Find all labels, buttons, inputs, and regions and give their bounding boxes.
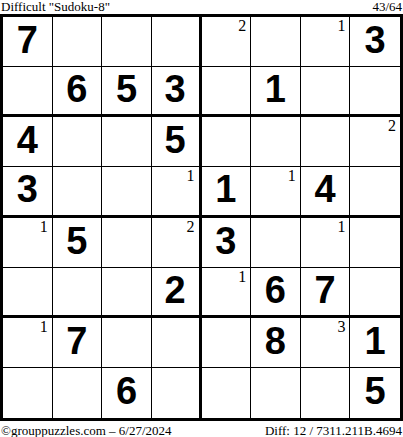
cell-r5c2[interactable]: 5 (53, 218, 103, 268)
given-digit: 3 (17, 170, 38, 208)
given-digit: 8 (265, 322, 286, 360)
cell-r4c7[interactable]: 4 (301, 167, 351, 217)
cell-r7c2[interactable]: 7 (53, 318, 103, 368)
cell-r8c3[interactable]: 6 (102, 368, 152, 418)
cell-r3c3[interactable] (102, 117, 152, 167)
pencil-mark: 3 (337, 319, 345, 335)
cell-r6c7[interactable]: 7 (301, 268, 351, 318)
given-digit: 1 (365, 322, 386, 360)
cell-r8c8[interactable]: 5 (350, 368, 400, 418)
cell-r1c7[interactable]: 1 (301, 17, 351, 67)
cell-r5c3[interactable] (102, 218, 152, 268)
given-digit: 4 (314, 170, 335, 208)
cell-r4c2[interactable] (53, 167, 103, 217)
cell-r4c4[interactable]: 1 (152, 167, 202, 217)
given-digit: 6 (66, 70, 87, 108)
cell-r1c3[interactable] (102, 17, 152, 67)
pencil-mark: 1 (288, 168, 296, 184)
pencil-mark: 1 (337, 18, 345, 34)
pencil-mark: 2 (388, 118, 396, 134)
given-digit: 7 (17, 21, 38, 59)
cell-r6c8[interactable] (350, 268, 400, 318)
cell-r6c1[interactable] (3, 268, 53, 318)
cell-r8c1[interactable] (3, 368, 53, 418)
cell-r6c3[interactable] (102, 268, 152, 318)
pencil-mark: 1 (40, 219, 48, 235)
cell-r3c8[interactable]: 2 (350, 117, 400, 167)
header: Difficult "Sudoku-8" 43/64 (0, 0, 403, 14)
cell-r5c8[interactable] (350, 218, 400, 268)
cell-r2c7[interactable] (301, 67, 351, 117)
cell-r2c1[interactable] (3, 67, 53, 117)
given-digit: 5 (365, 372, 386, 410)
cell-r4c1[interactable]: 3 (3, 167, 53, 217)
cell-r5c4[interactable]: 2 (152, 218, 202, 268)
given-digit: 6 (116, 372, 137, 410)
cell-r2c8[interactable] (350, 67, 400, 117)
cell-r1c6[interactable] (251, 17, 301, 67)
pencil-mark: 1 (40, 319, 48, 335)
pencil-mark: 1 (238, 269, 246, 285)
cell-r4c6[interactable]: 1 (251, 167, 301, 217)
difficulty-text: Diff: 12 / 7311.211B.4694 (265, 424, 402, 437)
cell-r3c1[interactable]: 4 (3, 117, 53, 167)
sudoku-grid: 72136531452311141523121671783165 (0, 14, 403, 421)
cell-r3c7[interactable] (301, 117, 351, 167)
pencil-mark: 2 (238, 18, 246, 34)
given-digit: 7 (314, 271, 335, 309)
cell-r7c5[interactable] (202, 318, 252, 368)
cell-r1c1[interactable]: 7 (3, 17, 53, 67)
given-digit: 6 (265, 271, 286, 309)
cell-r6c2[interactable] (53, 268, 103, 318)
cell-r7c8[interactable]: 1 (350, 318, 400, 368)
cell-r1c4[interactable] (152, 17, 202, 67)
cell-r8c2[interactable] (53, 368, 103, 418)
cell-r1c8[interactable]: 3 (350, 17, 400, 67)
cell-r4c3[interactable] (102, 167, 152, 217)
cell-r3c5[interactable] (202, 117, 252, 167)
cell-r2c5[interactable] (202, 67, 252, 117)
cell-r3c2[interactable] (53, 117, 103, 167)
cell-r6c5[interactable]: 1 (202, 268, 252, 318)
given-digit: 3 (165, 70, 186, 108)
cell-r6c6[interactable]: 6 (251, 268, 301, 318)
cell-r2c4[interactable]: 3 (152, 67, 202, 117)
cell-r8c5[interactable] (202, 368, 252, 418)
given-digit: 3 (365, 21, 386, 59)
given-digit: 2 (165, 271, 186, 309)
cell-r5c5[interactable]: 3 (202, 218, 252, 268)
puzzle-page: Difficult "Sudoku-8" 43/64 7213653145231… (0, 0, 403, 437)
cell-r3c6[interactable] (251, 117, 301, 167)
cell-r1c2[interactable] (53, 17, 103, 67)
cell-r7c7[interactable]: 3 (301, 318, 351, 368)
pencil-mark: 2 (187, 219, 195, 235)
cell-r2c6[interactable]: 1 (251, 67, 301, 117)
cell-r4c5[interactable]: 1 (202, 167, 252, 217)
pencil-mark: 1 (337, 219, 345, 235)
cell-r5c7[interactable]: 1 (301, 218, 351, 268)
cell-r1c5[interactable]: 2 (202, 17, 252, 67)
cell-r7c4[interactable] (152, 318, 202, 368)
given-digit: 1 (265, 70, 286, 108)
puzzle-title: Difficult "Sudoku-8" (1, 0, 110, 14)
cell-r8c6[interactable] (251, 368, 301, 418)
copyright-text: ©grouppuzzles.com – 6/27/2024 (1, 424, 172, 437)
puzzle-counter: 43/64 (372, 0, 402, 14)
given-digit: 3 (215, 222, 236, 260)
cell-r3c4[interactable]: 5 (152, 117, 202, 167)
cell-r6c4[interactable]: 2 (152, 268, 202, 318)
cell-r8c7[interactable] (301, 368, 351, 418)
cell-r8c4[interactable] (152, 368, 202, 418)
given-digit: 1 (215, 170, 236, 208)
pencil-mark: 1 (187, 168, 195, 184)
cell-r7c3[interactable] (102, 318, 152, 368)
given-digit: 5 (66, 222, 87, 260)
cell-r4c8[interactable] (350, 167, 400, 217)
given-digit: 4 (17, 121, 38, 159)
given-digit: 7 (66, 322, 87, 360)
given-digit: 5 (116, 70, 137, 108)
given-digit: 5 (165, 121, 186, 159)
cell-r5c6[interactable] (251, 218, 301, 268)
cell-r5c1[interactable]: 1 (3, 218, 53, 268)
cell-r7c1[interactable]: 1 (3, 318, 53, 368)
cell-r2c2[interactable]: 6 (53, 67, 103, 117)
cell-r2c3[interactable]: 5 (102, 67, 152, 117)
footer: ©grouppuzzles.com – 6/27/2024 Diff: 12 /… (0, 421, 403, 437)
cell-r7c6[interactable]: 8 (251, 318, 301, 368)
